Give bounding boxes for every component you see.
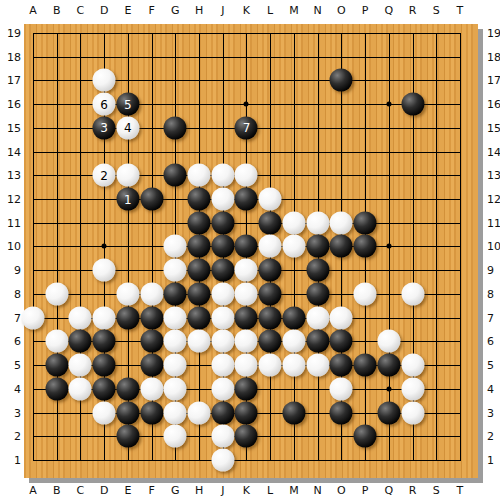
col-label-top-S: S <box>433 4 440 17</box>
white-stone-L5 <box>259 354 282 377</box>
intersection-S2[interactable] <box>436 436 460 460</box>
white-stone-R4 <box>401 377 424 400</box>
black-stone-O17 <box>330 69 353 92</box>
row-label-left-8: 8 <box>3 287 21 300</box>
intersection-L14[interactable] <box>270 152 294 176</box>
col-label-top-B: B <box>53 4 61 17</box>
col-label-bottom-J: J <box>221 484 224 497</box>
intersection-L15[interactable] <box>270 128 294 152</box>
black-stone-O5 <box>330 354 353 377</box>
white-stone-K5 <box>235 354 258 377</box>
intersection-D1[interactable] <box>104 460 128 484</box>
intersection-Q11[interactable] <box>389 223 413 247</box>
black-stone-B5 <box>45 354 68 377</box>
col-label-bottom-P: P <box>362 484 369 497</box>
intersection-G17[interactable] <box>175 80 199 104</box>
intersection-N16[interactable] <box>318 104 342 128</box>
white-stone-J13 <box>211 164 234 187</box>
intersection-L1[interactable] <box>270 460 294 484</box>
intersection-M17[interactable] <box>294 80 318 104</box>
intersection-S14[interactable] <box>436 152 460 176</box>
intersection-L19[interactable] <box>270 33 294 57</box>
intersection-R19[interactable] <box>413 33 437 57</box>
intersection-S8[interactable] <box>436 294 460 318</box>
black-stone-P5 <box>354 354 377 377</box>
intersection-R14[interactable] <box>413 152 437 176</box>
move-number-label-7: 7 <box>243 122 251 134</box>
white-stone-N5 <box>306 354 329 377</box>
intersection-B11[interactable] <box>57 223 81 247</box>
black-stone-G15 <box>164 116 187 139</box>
intersection-S7[interactable] <box>436 318 460 342</box>
intersection-N15[interactable] <box>318 128 342 152</box>
white-stone-H6 <box>188 330 211 353</box>
intersection-O13[interactable] <box>341 175 365 199</box>
intersection-S5[interactable] <box>436 365 460 389</box>
intersection-P8[interactable] <box>365 294 389 318</box>
intersection-T11[interactable] <box>460 223 484 247</box>
intersection-N19[interactable] <box>318 33 342 57</box>
white-stone-J7 <box>211 306 234 329</box>
col-label-top-K: K <box>243 4 250 17</box>
intersection-T18[interactable] <box>460 57 484 81</box>
row-label-left-19: 19 <box>3 27 21 40</box>
intersection-G2[interactable] <box>175 436 199 460</box>
col-label-top-L: L <box>267 4 273 17</box>
intersection-T17[interactable] <box>460 80 484 104</box>
intersection-O15[interactable] <box>341 128 365 152</box>
intersection-E11[interactable] <box>128 223 152 247</box>
intersection-S11[interactable] <box>436 223 460 247</box>
white-stone-L10 <box>259 235 282 258</box>
white-stone-M11 <box>282 211 305 234</box>
intersection-P19[interactable] <box>365 33 389 57</box>
intersection-T2[interactable] <box>460 436 484 460</box>
intersection-B3[interactable] <box>57 413 81 437</box>
intersection-L17[interactable] <box>270 80 294 104</box>
intersection-Q10[interactable] <box>389 246 413 270</box>
intersection-H16[interactable] <box>199 104 223 128</box>
intersection-A15[interactable] <box>33 128 57 152</box>
intersection-S6[interactable] <box>436 341 460 365</box>
white-stone-M10 <box>282 235 305 258</box>
col-label-bottom-E: E <box>124 484 131 497</box>
intersection-A11[interactable] <box>33 223 57 247</box>
intersection-H15[interactable] <box>199 128 223 152</box>
row-label-right-17: 17 <box>487 74 500 87</box>
intersection-T9[interactable] <box>460 270 484 294</box>
intersection-M13[interactable] <box>294 175 318 199</box>
intersection-A12[interactable] <box>33 199 57 223</box>
col-label-top-C: C <box>77 4 85 17</box>
black-stone-K7 <box>235 306 258 329</box>
black-stone-O10 <box>330 235 353 258</box>
intersection-T6[interactable] <box>460 341 484 365</box>
black-stone-O6 <box>330 330 353 353</box>
white-stone-J6 <box>211 330 234 353</box>
intersection-R15[interactable] <box>413 128 437 152</box>
intersection-S1[interactable] <box>436 460 460 484</box>
move-number-label-1: 1 <box>124 193 132 205</box>
intersection-L16[interactable] <box>270 104 294 128</box>
col-label-bottom-L: L <box>267 484 273 497</box>
intersection-T10[interactable] <box>460 246 484 270</box>
intersection-S19[interactable] <box>436 33 460 57</box>
intersection-F1[interactable] <box>152 460 176 484</box>
intersection-T15[interactable] <box>460 128 484 152</box>
intersection-F12[interactable] <box>152 199 176 223</box>
intersection-P17[interactable] <box>365 80 389 104</box>
black-stone-H8 <box>188 282 211 305</box>
black-stone-N9 <box>306 259 329 282</box>
white-stone-H3 <box>188 401 211 424</box>
intersection-M19[interactable] <box>294 33 318 57</box>
intersection-B2[interactable] <box>57 436 81 460</box>
intersection-F17[interactable] <box>152 80 176 104</box>
intersection-C12[interactable] <box>80 199 104 223</box>
intersection-B18[interactable] <box>57 57 81 81</box>
row-label-left-2: 2 <box>3 430 21 443</box>
row-label-right-19: 19 <box>487 27 500 40</box>
black-stone-O3 <box>330 401 353 424</box>
intersection-Q19[interactable] <box>389 33 413 57</box>
black-stone-H10 <box>188 235 211 258</box>
white-stone-K8 <box>235 282 258 305</box>
intersection-D11[interactable] <box>104 223 128 247</box>
intersection-G19[interactable] <box>175 33 199 57</box>
black-stone-Q3 <box>377 401 400 424</box>
intersection-E19[interactable] <box>128 33 152 57</box>
intersection-Q15[interactable] <box>389 128 413 152</box>
white-stone-J8 <box>211 282 234 305</box>
intersection-P16[interactable] <box>365 104 389 128</box>
intersection-Q18[interactable] <box>389 57 413 81</box>
black-stone-L11 <box>259 211 282 234</box>
col-label-top-P: P <box>362 4 369 17</box>
move-number-label-4: 4 <box>124 122 132 134</box>
intersection-A14[interactable] <box>33 152 57 176</box>
intersection-S9[interactable] <box>436 270 460 294</box>
col-label-top-Q: Q <box>384 4 393 17</box>
intersection-P14[interactable] <box>365 152 389 176</box>
intersection-M14[interactable] <box>294 152 318 176</box>
intersection-R8[interactable] <box>413 294 437 318</box>
black-stone-K12 <box>235 188 258 211</box>
intersection-R13[interactable] <box>413 175 437 199</box>
intersection-S4[interactable] <box>436 389 460 413</box>
white-stone-E8 <box>116 282 139 305</box>
intersection-R10[interactable] <box>413 246 437 270</box>
intersection-B15[interactable] <box>57 128 81 152</box>
black-stone-K10 <box>235 235 258 258</box>
col-label-bottom-N: N <box>314 484 322 497</box>
intersection-O19[interactable] <box>341 33 365 57</box>
intersection-B16[interactable] <box>57 104 81 128</box>
col-label-top-G: G <box>171 4 180 17</box>
row-label-right-4: 4 <box>487 382 494 395</box>
black-stone-J3 <box>211 401 234 424</box>
intersection-T19[interactable] <box>460 33 484 57</box>
intersection-K18[interactable] <box>246 57 270 81</box>
intersection-N14[interactable] <box>318 152 342 176</box>
white-stone-R5 <box>401 354 424 377</box>
intersection-T3[interactable] <box>460 413 484 437</box>
black-stone-F7 <box>140 306 163 329</box>
intersection-P1[interactable] <box>365 460 389 484</box>
intersection-R1[interactable] <box>413 460 437 484</box>
white-stone-G10 <box>164 235 187 258</box>
black-stone-H9 <box>188 259 211 282</box>
intersection-P13[interactable] <box>365 175 389 199</box>
intersection-E2[interactable] <box>128 436 152 460</box>
intersection-B1[interactable] <box>57 460 81 484</box>
intersection-C19[interactable] <box>80 33 104 57</box>
intersection-S13[interactable] <box>436 175 460 199</box>
row-label-left-11: 11 <box>3 216 21 229</box>
black-stone-G8 <box>164 282 187 305</box>
intersection-Q12[interactable] <box>389 199 413 223</box>
row-label-right-5: 5 <box>487 359 494 372</box>
intersection-K2[interactable] <box>246 436 270 460</box>
black-stone-E4 <box>116 377 139 400</box>
intersection-Q1[interactable] <box>389 460 413 484</box>
intersection-A18[interactable] <box>33 57 57 81</box>
white-stone-K6 <box>235 330 258 353</box>
intersection-E1[interactable] <box>128 460 152 484</box>
intersection-D19[interactable] <box>104 33 128 57</box>
intersection-T5[interactable] <box>460 365 484 389</box>
white-stone-K9 <box>235 259 258 282</box>
intersection-K1[interactable] <box>246 460 270 484</box>
intersection-E15[interactable]: 4 <box>128 128 152 152</box>
intersection-J1[interactable] <box>223 460 247 484</box>
intersection-O14[interactable] <box>341 152 365 176</box>
intersection-B17[interactable] <box>57 80 81 104</box>
intersection-P15[interactable] <box>365 128 389 152</box>
intersection-S12[interactable] <box>436 199 460 223</box>
intersection-H18[interactable] <box>199 57 223 81</box>
white-stone-G7 <box>164 306 187 329</box>
row-label-right-14: 14 <box>487 145 500 158</box>
intersection-B19[interactable] <box>57 33 81 57</box>
col-label-bottom-T: T <box>457 484 464 497</box>
intersection-R16[interactable] <box>413 104 437 128</box>
intersection-A16[interactable] <box>33 104 57 128</box>
row-label-left-12: 12 <box>3 193 21 206</box>
intersection-B12[interactable] <box>57 199 81 223</box>
intersection-B10[interactable] <box>57 246 81 270</box>
intersection-J19[interactable] <box>223 33 247 57</box>
intersection-P10[interactable] <box>365 246 389 270</box>
white-stone-C5 <box>69 354 92 377</box>
intersection-M1[interactable] <box>294 460 318 484</box>
intersection-G18[interactable] <box>175 57 199 81</box>
white-stone-G5 <box>164 354 187 377</box>
intersection-A19[interactable] <box>33 33 57 57</box>
intersection-C11[interactable] <box>80 223 104 247</box>
intersection-R3[interactable] <box>413 413 437 437</box>
intersection-R12[interactable] <box>413 199 437 223</box>
intersection-E18[interactable] <box>128 57 152 81</box>
black-stone-P2 <box>354 425 377 448</box>
intersection-H17[interactable] <box>199 80 223 104</box>
white-stone-M6 <box>282 330 305 353</box>
white-stone-B8 <box>45 282 68 305</box>
intersection-E10[interactable] <box>128 246 152 270</box>
intersection-C1[interactable] <box>80 460 104 484</box>
black-stone-D4 <box>93 377 116 400</box>
intersection-K17[interactable] <box>246 80 270 104</box>
intersection-S16[interactable] <box>436 104 460 128</box>
intersection-R2[interactable] <box>413 436 437 460</box>
intersection-N2[interactable] <box>318 436 342 460</box>
intersection-B14[interactable] <box>57 152 81 176</box>
intersection-N1[interactable] <box>318 460 342 484</box>
col-label-top-F: F <box>148 4 154 17</box>
intersection-K19[interactable] <box>246 33 270 57</box>
black-stone-J11 <box>211 211 234 234</box>
intersection-T1[interactable] <box>460 460 484 484</box>
col-label-top-M: M <box>289 4 299 17</box>
col-label-bottom-F: F <box>148 484 154 497</box>
intersection-A2[interactable] <box>33 436 57 460</box>
black-stone-L6 <box>259 330 282 353</box>
intersection-R11[interactable] <box>413 223 437 247</box>
row-label-right-1: 1 <box>487 453 494 466</box>
intersection-M16[interactable] <box>294 104 318 128</box>
move-number-label-2: 2 <box>100 169 108 181</box>
intersection-T12[interactable] <box>460 199 484 223</box>
row-label-left-3: 3 <box>3 406 21 419</box>
intersection-P2[interactable] <box>365 436 389 460</box>
intersection-T8[interactable] <box>460 294 484 318</box>
col-label-bottom-B: B <box>53 484 61 497</box>
intersection-B13[interactable] <box>57 175 81 199</box>
col-label-top-J: J <box>221 4 224 17</box>
intersection-O17[interactable] <box>341 80 365 104</box>
intersection-M2[interactable] <box>294 436 318 460</box>
black-stone-K15: 7 <box>235 116 258 139</box>
intersection-M3[interactable] <box>294 413 318 437</box>
intersection-G15[interactable] <box>175 128 199 152</box>
go-board: 6534721 <box>24 24 478 478</box>
intersection-A1[interactable] <box>33 460 57 484</box>
row-label-right-11: 11 <box>487 216 500 229</box>
row-label-left-18: 18 <box>3 50 21 63</box>
intersection-S3[interactable] <box>436 413 460 437</box>
black-stone-N6 <box>306 330 329 353</box>
white-stone-R8 <box>401 282 424 305</box>
intersection-G1[interactable] <box>175 460 199 484</box>
intersection-T16[interactable] <box>460 104 484 128</box>
intersection-A3[interactable] <box>33 413 57 437</box>
intersection-K15[interactable]: 7 <box>246 128 270 152</box>
black-stone-L7 <box>259 306 282 329</box>
intersection-P18[interactable] <box>365 57 389 81</box>
intersection-R18[interactable] <box>413 57 437 81</box>
intersection-J17[interactable] <box>223 80 247 104</box>
intersection-O16[interactable] <box>341 104 365 128</box>
intersection-L18[interactable] <box>270 57 294 81</box>
intersection-R7[interactable] <box>413 318 437 342</box>
intersection-T13[interactable] <box>460 175 484 199</box>
intersection-C2[interactable] <box>80 436 104 460</box>
intersection-N13[interactable] <box>318 175 342 199</box>
white-stone-G2 <box>164 425 187 448</box>
col-label-bottom-G: G <box>171 484 180 497</box>
white-stone-G4 <box>164 377 187 400</box>
col-label-top-H: H <box>195 4 203 17</box>
white-stone-G9 <box>164 259 187 282</box>
intersection-L2[interactable] <box>270 436 294 460</box>
white-stone-K13 <box>235 164 258 187</box>
intersection-Q13[interactable] <box>389 175 413 199</box>
intersection-A10[interactable] <box>33 246 57 270</box>
intersection-S15[interactable] <box>436 128 460 152</box>
col-label-top-T: T <box>457 4 464 17</box>
white-stone-J12 <box>211 188 234 211</box>
intersection-F18[interactable] <box>152 57 176 81</box>
intersection-O1[interactable] <box>341 460 365 484</box>
col-label-top-R: R <box>409 4 417 17</box>
move-number-label-6: 6 <box>100 98 108 110</box>
black-stone-L8 <box>259 282 282 305</box>
intersection-A13[interactable] <box>33 175 57 199</box>
black-stone-F5 <box>140 354 163 377</box>
white-stone-A7 <box>22 306 45 329</box>
white-stone-N11 <box>306 211 329 234</box>
white-stone-F8 <box>140 282 163 305</box>
intersection-S17[interactable] <box>436 80 460 104</box>
white-stone-H13 <box>188 164 211 187</box>
black-stone-L9 <box>259 259 282 282</box>
intersection-F19[interactable] <box>152 33 176 57</box>
row-label-right-6: 6 <box>487 335 494 348</box>
intersection-T7[interactable] <box>460 318 484 342</box>
row-label-left-17: 17 <box>3 74 21 87</box>
white-stone-B6 <box>45 330 68 353</box>
row-label-right-15: 15 <box>487 121 500 134</box>
intersection-Q2[interactable] <box>389 436 413 460</box>
intersection-T4[interactable] <box>460 389 484 413</box>
row-label-right-7: 7 <box>487 311 494 324</box>
col-label-top-A: A <box>29 4 37 17</box>
black-stone-E12: 1 <box>116 188 139 211</box>
intersection-S10[interactable] <box>436 246 460 270</box>
black-stone-R16 <box>401 93 424 116</box>
intersection-A17[interactable] <box>33 80 57 104</box>
col-label-bottom-O: O <box>337 484 346 497</box>
col-label-bottom-C: C <box>77 484 85 497</box>
intersection-J18[interactable] <box>223 57 247 81</box>
col-label-bottom-M: M <box>289 484 299 497</box>
white-stone-M5 <box>282 354 305 377</box>
black-stone-P11 <box>354 211 377 234</box>
black-stone-Q5 <box>377 354 400 377</box>
intersection-T14[interactable] <box>460 152 484 176</box>
intersection-M15[interactable] <box>294 128 318 152</box>
row-label-left-16: 16 <box>3 98 21 111</box>
black-stone-E16: 5 <box>116 93 139 116</box>
intersection-M18[interactable] <box>294 57 318 81</box>
intersection-H19[interactable] <box>199 33 223 57</box>
intersection-Q14[interactable] <box>389 152 413 176</box>
intersection-S18[interactable] <box>436 57 460 81</box>
row-label-left-14: 14 <box>3 145 21 158</box>
row-label-right-8: 8 <box>487 287 494 300</box>
white-stone-E13 <box>116 164 139 187</box>
black-stone-N8 <box>306 282 329 305</box>
